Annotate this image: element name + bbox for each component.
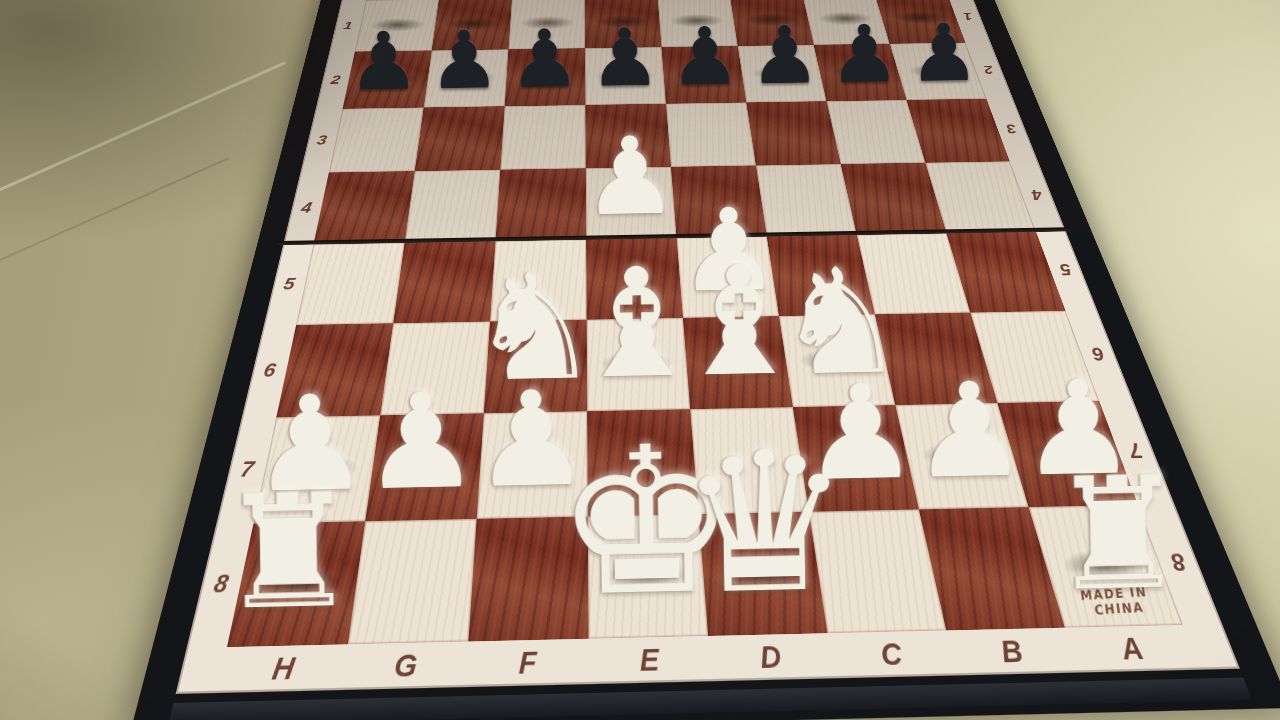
square-h4 bbox=[314, 171, 415, 244]
square-g2 bbox=[424, 49, 509, 107]
square-d5 bbox=[677, 236, 779, 318]
square-g3 bbox=[415, 106, 505, 171]
squares-grid: MADE IN CHINA bbox=[227, 0, 1183, 647]
square-d4 bbox=[671, 165, 767, 237]
square-e7 bbox=[587, 409, 698, 516]
square-f6 bbox=[484, 320, 587, 414]
square-e6 bbox=[587, 318, 691, 411]
square-h6 bbox=[276, 323, 393, 417]
square-f7 bbox=[477, 411, 588, 519]
square-d2 bbox=[661, 46, 746, 104]
square-f5 bbox=[490, 239, 587, 321]
square-d1 bbox=[657, 0, 737, 47]
square-g5 bbox=[393, 241, 495, 323]
perspective-wrapper: MADE IN CHINA HGFEDCBA HGFEDCBA 12345678… bbox=[0, 0, 1280, 720]
square-f4 bbox=[496, 168, 587, 241]
square-h3 bbox=[329, 107, 424, 172]
square-e4 bbox=[586, 167, 677, 239]
square-h7 bbox=[253, 415, 380, 523]
square-h2 bbox=[343, 50, 432, 108]
square-c4 bbox=[756, 164, 857, 236]
photo-scene: MADE IN CHINA HGFEDCBA HGFEDCBA 12345678… bbox=[0, 0, 1280, 720]
square-h1 bbox=[355, 0, 439, 52]
square-f2 bbox=[505, 48, 586, 106]
square-h5 bbox=[296, 243, 405, 326]
square-f1 bbox=[509, 0, 586, 49]
square-d7 bbox=[690, 407, 809, 514]
square-e3 bbox=[585, 104, 671, 169]
square-g1 bbox=[432, 0, 512, 50]
square-e5 bbox=[586, 238, 683, 320]
square-c2 bbox=[738, 45, 827, 103]
square-g8 bbox=[348, 519, 477, 645]
square-f3 bbox=[500, 105, 585, 170]
chess-board: MADE IN CHINA HGFEDCBA HGFEDCBA 12345678… bbox=[129, 0, 1280, 720]
square-f8 bbox=[468, 516, 588, 641]
square-d6 bbox=[683, 316, 793, 409]
square-e2 bbox=[585, 47, 666, 105]
square-c1 bbox=[730, 0, 814, 46]
square-c3 bbox=[746, 101, 840, 165]
square-b1 bbox=[802, 0, 889, 45]
square-d8 bbox=[699, 512, 828, 636]
square-e8 bbox=[588, 514, 708, 639]
made-in-china-label: MADE IN CHINA bbox=[1053, 583, 1179, 620]
square-g7 bbox=[365, 413, 484, 521]
square-g6 bbox=[380, 321, 490, 415]
square-g4 bbox=[405, 170, 501, 243]
square-d3 bbox=[666, 102, 756, 166]
square-e1 bbox=[585, 0, 662, 48]
